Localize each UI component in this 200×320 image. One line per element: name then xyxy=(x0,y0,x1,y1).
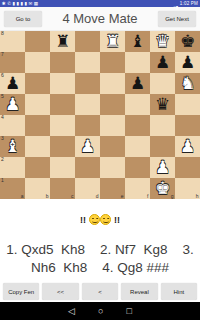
black-bishop-f8[interactable]: ♝ xyxy=(130,31,145,52)
square-e5[interactable] xyxy=(100,94,125,115)
rank-label-3: 3 xyxy=(1,136,4,141)
square-c3[interactable] xyxy=(50,136,75,157)
black-pawn-g7[interactable]: ♟ xyxy=(155,52,170,73)
square-c6[interactable] xyxy=(50,73,75,94)
rank-label-4: 4 xyxy=(1,115,4,120)
square-a1[interactable]: 1a xyxy=(0,178,25,199)
square-a2[interactable]: 2 xyxy=(0,157,25,178)
move-line: Nh6 Kh8 4. Qg8 ### xyxy=(0,259,200,277)
square-b6[interactable] xyxy=(25,73,50,94)
square-b3[interactable] xyxy=(25,136,50,157)
white-pawn-d3[interactable]: ♟ xyxy=(80,136,95,157)
square-h5[interactable] xyxy=(175,94,200,115)
square-f2[interactable] xyxy=(125,157,150,178)
square-e6[interactable] xyxy=(100,73,125,94)
file-label-d: d xyxy=(96,194,99,199)
rank-label-7: 7 xyxy=(1,52,4,57)
status-time: 1:02 PM xyxy=(180,0,198,7)
android-status-bar: ✱✆▮▮▮▮✉▦ ▾▮ 1:02 PM xyxy=(0,0,200,7)
square-g7[interactable]: ♟ xyxy=(150,52,175,73)
square-d3[interactable]: ♟ xyxy=(75,136,100,157)
step-back-button[interactable]: < xyxy=(82,283,118,300)
message-notification-icon: ✉ xyxy=(29,0,33,7)
white-pawn-a5[interactable]: ♟ xyxy=(5,94,20,115)
square-h7[interactable]: ♟ xyxy=(175,52,200,73)
result-line: !! !! xyxy=(0,211,200,229)
square-e4[interactable] xyxy=(100,115,125,136)
square-b2[interactable] xyxy=(25,157,50,178)
back-icon[interactable]: ◁ xyxy=(68,302,75,320)
square-a5[interactable]: 5♟ xyxy=(0,94,25,115)
app-notification-icon-4: ▮ xyxy=(25,0,27,7)
square-g4[interactable] xyxy=(150,115,175,136)
square-a3[interactable]: 3♝ xyxy=(0,136,25,157)
square-b7[interactable] xyxy=(25,52,50,73)
square-c4[interactable] xyxy=(50,115,75,136)
square-d7[interactable] xyxy=(75,52,100,73)
file-label-e: e xyxy=(121,194,124,199)
square-f7[interactable] xyxy=(125,52,150,73)
square-d2[interactable] xyxy=(75,157,100,178)
file-label-h: h xyxy=(196,194,199,199)
square-e7[interactable] xyxy=(100,52,125,73)
file-label-f: f xyxy=(147,194,148,199)
white-pawn-h3[interactable]: ♟ xyxy=(180,136,195,157)
square-f3[interactable] xyxy=(125,136,150,157)
white-knight-h6[interactable]: ♞ xyxy=(180,73,195,94)
square-b1[interactable]: b xyxy=(25,178,50,199)
square-g2[interactable]: ♟ xyxy=(150,157,175,178)
android-nav-bar: ◁○□ xyxy=(0,302,200,320)
black-pawn-f6[interactable]: ♟ xyxy=(130,73,145,94)
square-e1[interactable]: e xyxy=(100,178,125,199)
square-c1[interactable]: c xyxy=(50,178,75,199)
square-d4[interactable] xyxy=(75,115,100,136)
square-b4[interactable] xyxy=(25,115,50,136)
app-notification-icon-3: ▮ xyxy=(21,0,23,7)
smiley-face-icon xyxy=(100,214,111,225)
square-h3[interactable]: ♟ xyxy=(175,136,200,157)
file-label-g: g xyxy=(171,194,174,199)
rank-label-1: 1 xyxy=(1,178,4,183)
file-label-b: b xyxy=(46,194,49,199)
rank-label-5: 5 xyxy=(1,94,4,99)
chess-board[interactable]: 8♜♜♝♛♚7♟♟6♟♟♞5♟♛43♝♟♟2♟1abcdefg♚h xyxy=(0,31,200,199)
square-f6[interactable]: ♟ xyxy=(125,73,150,94)
square-d1[interactable]: d xyxy=(75,178,100,199)
result-suffix: !! xyxy=(114,215,120,225)
square-d6[interactable] xyxy=(75,73,100,94)
white-bishop-a3[interactable]: ♝ xyxy=(5,136,20,157)
black-pawn-h7[interactable]: ♟ xyxy=(180,52,195,73)
rank-label-2: 2 xyxy=(1,157,4,162)
square-h1[interactable]: h xyxy=(175,178,200,199)
white-king-g1[interactable]: ♚ xyxy=(155,178,170,199)
recents-icon[interactable]: □ xyxy=(126,302,131,320)
smiley-icons xyxy=(89,211,111,229)
result-prefix: !! xyxy=(80,215,86,225)
app-notification-icon-2: ▮ xyxy=(17,0,19,7)
status-left-icons: ✱✆▮▮▮▮✉▦ xyxy=(2,0,38,7)
page-title: 4 Move Mate xyxy=(62,11,137,26)
move-line: 1. Qxd5 Kh8 2. Nf7 Kg8 3. xyxy=(0,241,200,259)
call-notification-icon: ✆ xyxy=(7,0,11,7)
smiley-face-icon xyxy=(89,214,100,225)
file-label-c: c xyxy=(71,194,74,199)
square-g3[interactable] xyxy=(150,136,175,157)
square-e2[interactable] xyxy=(100,157,125,178)
goto-button[interactable]: Go to xyxy=(4,11,42,27)
square-c7[interactable] xyxy=(50,52,75,73)
rank-label-6: 6 xyxy=(1,73,4,78)
square-h2[interactable] xyxy=(175,157,200,178)
square-a8[interactable]: 8 xyxy=(0,31,25,52)
square-h8[interactable]: ♚ xyxy=(175,31,200,52)
square-b5[interactable] xyxy=(25,94,50,115)
grid-notification-icon: ▦ xyxy=(34,0,38,7)
star-notification-icon: ✱ xyxy=(2,0,6,7)
square-c5[interactable] xyxy=(50,94,75,115)
square-e3[interactable] xyxy=(100,136,125,157)
square-d8[interactable] xyxy=(75,31,100,52)
black-king-h8[interactable]: ♚ xyxy=(180,31,195,52)
square-b8[interactable] xyxy=(25,31,50,52)
bottom-toolbar: Copy Fen<<<RevealHint xyxy=(0,283,200,300)
app-notification-icon-1: ▮ xyxy=(13,0,15,7)
square-c8[interactable]: ♜ xyxy=(50,31,75,52)
home-icon[interactable]: ○ xyxy=(98,302,103,320)
square-h4[interactable] xyxy=(175,115,200,136)
square-a4[interactable]: 4 xyxy=(0,115,25,136)
square-d5[interactable] xyxy=(75,94,100,115)
rewind-button[interactable]: << xyxy=(42,283,78,300)
rank-label-8: 8 xyxy=(1,31,4,36)
square-f4[interactable] xyxy=(125,115,150,136)
get-next-button[interactable]: Get Next xyxy=(158,11,196,27)
title-bar: Go to 4 Move Mate Get Next xyxy=(0,7,200,31)
square-h6[interactable]: ♞ xyxy=(175,73,200,94)
black-rook-c8[interactable]: ♜ xyxy=(55,31,70,52)
square-c2[interactable] xyxy=(50,157,75,178)
file-label-a: a xyxy=(21,194,24,199)
reveal-button[interactable]: Reveal xyxy=(121,283,157,300)
black-pawn-a6[interactable]: ♟ xyxy=(5,73,20,94)
square-g5[interactable]: ♛ xyxy=(150,94,175,115)
white-rook-e8[interactable]: ♜ xyxy=(105,31,120,52)
white-pawn-g2[interactable]: ♟ xyxy=(155,157,170,178)
square-g8[interactable]: ♛ xyxy=(150,31,175,52)
square-a7[interactable]: 7 xyxy=(0,52,25,73)
white-queen-g8[interactable]: ♛ xyxy=(155,31,170,52)
black-queen-g5[interactable]: ♛ xyxy=(155,94,170,115)
square-g1[interactable]: g♚ xyxy=(150,178,175,199)
hint-button[interactable]: Hint xyxy=(161,283,197,300)
square-a6[interactable]: 6♟ xyxy=(0,73,25,94)
square-f1[interactable]: f xyxy=(125,178,150,199)
battery-icon: ▮ xyxy=(176,5,178,10)
square-g6[interactable] xyxy=(150,73,175,94)
square-f5[interactable] xyxy=(125,94,150,115)
copy-fen-button[interactable]: Copy Fen xyxy=(3,283,39,300)
square-f8[interactable]: ♝ xyxy=(125,31,150,52)
move-list: 1. Qxd5 Kh8 2. Nf7 Kg8 3.Nh6 Kh8 4. Qg8 … xyxy=(0,241,200,277)
square-e8[interactable]: ♜ xyxy=(100,31,125,52)
